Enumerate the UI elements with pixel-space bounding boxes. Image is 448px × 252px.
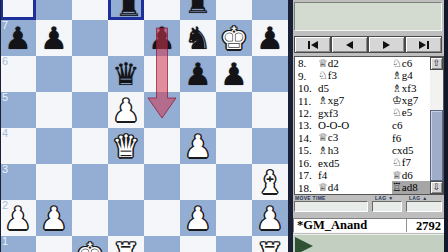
- rank-label-6: 6: [2, 55, 8, 67]
- white-pawn: ♟: [36, 200, 72, 236]
- move-number: 11.: [295, 95, 318, 107]
- square-f5[interactable]: [180, 92, 216, 128]
- window-right-edge: [444, 0, 448, 252]
- move-row-16: 16.exd5♘f7: [295, 157, 430, 169]
- move-list-scrollbar[interactable]: ⇧ ⇩: [430, 57, 443, 194]
- white-pawn: ♟: [180, 128, 216, 164]
- black-pawn: ♟: [144, 20, 180, 56]
- game-navigation-toolbar: [294, 36, 442, 53]
- white-move[interactable]: ♕d2: [318, 57, 392, 70]
- black-move[interactable]: ♔xg7: [392, 94, 430, 107]
- square-b1[interactable]: [36, 236, 72, 252]
- white-move[interactable]: d5: [318, 82, 392, 94]
- next-move-button[interactable]: [368, 36, 405, 53]
- last-move-button[interactable]: [405, 36, 442, 53]
- move-row-10: 10.d5♗xf3: [295, 82, 430, 94]
- rank-label-2: 2: [2, 199, 8, 211]
- square-d4[interactable]: ♛: [108, 128, 144, 164]
- square-b2[interactable]: ♟: [36, 200, 72, 236]
- square-e2[interactable]: [144, 200, 180, 236]
- player-rating: 2792: [406, 219, 444, 232]
- square-e1[interactable]: [144, 236, 180, 252]
- white-move[interactable]: gxf3: [318, 107, 392, 119]
- window-left-edge: [0, 0, 1, 252]
- square-f3[interactable]: [180, 164, 216, 200]
- white-pawn: ♟: [252, 200, 288, 236]
- square-b8[interactable]: [36, 0, 72, 20]
- move-number: 14.: [295, 132, 318, 144]
- black-king: ♚: [216, 20, 252, 56]
- back-icon: [346, 41, 353, 49]
- square-a8[interactable]: [0, 0, 36, 20]
- move-row-8: 8.♕d2♘c6: [295, 57, 430, 69]
- square-f1[interactable]: [180, 236, 216, 252]
- lag-white-field[interactable]: [372, 201, 402, 212]
- move-list: 8.♕d2♘c69.♘f3♗g410.d5♗xf311.♗xg7♔xg712.g…: [294, 56, 444, 195]
- rank-label-1: 1: [2, 235, 8, 247]
- black-pawn: ♟: [36, 20, 72, 56]
- square-c7[interactable]: [72, 20, 108, 56]
- move-row-17: 17.f4♕d6: [295, 169, 430, 181]
- rank-label-7: 7: [2, 19, 8, 31]
- black-move[interactable]: ♖ad8: [392, 181, 430, 194]
- square-g5[interactable]: [216, 92, 252, 128]
- square-h4[interactable]: [252, 128, 288, 164]
- white-move[interactable]: exd5: [318, 157, 392, 169]
- move-row-9: 9.♘f3♗g4: [295, 69, 430, 81]
- square-e6[interactable]: [144, 56, 180, 92]
- square-b5[interactable]: [36, 92, 72, 128]
- move-row-18: 18.♕d4♖ad8: [295, 181, 430, 193]
- square-g3[interactable]: [216, 164, 252, 200]
- square-a4[interactable]: 4: [0, 128, 36, 164]
- black-move[interactable]: c6: [392, 119, 430, 131]
- square-e3[interactable]: [144, 164, 180, 200]
- square-c8[interactable]: [72, 0, 108, 20]
- white-move[interactable]: ♘f3: [318, 69, 392, 82]
- skip-to-start-icon: [308, 41, 310, 49]
- square-f2[interactable]: ♟: [180, 200, 216, 236]
- square-g4[interactable]: [216, 128, 252, 164]
- square-g6[interactable]: ♟: [216, 56, 252, 92]
- black-rook: ♜: [180, 0, 216, 20]
- move-row-11: 11.♗xg7♔xg7: [295, 94, 430, 106]
- move-time-field[interactable]: [294, 201, 368, 212]
- square-d1[interactable]: ♜: [108, 236, 144, 252]
- square-d5[interactable]: ♟: [108, 92, 144, 128]
- square-d8[interactable]: ♜: [108, 0, 144, 20]
- square-h3[interactable]: ♝: [252, 164, 288, 200]
- square-c1[interactable]: ♚: [72, 236, 108, 252]
- move-row-14: 14.♕c3f6: [295, 132, 430, 144]
- square-d7[interactable]: [108, 20, 144, 56]
- square-h7[interactable]: ♟: [252, 20, 288, 56]
- square-h6[interactable]: [252, 56, 288, 92]
- white-queen: ♛: [108, 128, 144, 164]
- media-panel: [293, 234, 444, 252]
- square-h2[interactable]: ♟: [252, 200, 288, 236]
- chess-app-window: ♜♜7♟♟♟♞♚♟6♛♟♟5♟4♛♟3♝2♟♟♟♟1♚♜♜ 8.♕d2♘c69.…: [0, 0, 448, 252]
- square-e4[interactable]: [144, 128, 180, 164]
- info-panel: [294, 2, 442, 31]
- black-move[interactable]: ♗g4: [392, 69, 430, 82]
- square-f6[interactable]: ♟: [180, 56, 216, 92]
- scroll-up-button[interactable]: ⇧: [430, 57, 443, 70]
- board-panel-divider: [288, 0, 293, 252]
- move-number: 8.: [295, 57, 318, 69]
- square-c5[interactable]: [72, 92, 108, 128]
- square-c4[interactable]: [72, 128, 108, 164]
- scrollbar-thumb[interactable]: [430, 110, 443, 181]
- white-move[interactable]: ♕d4: [318, 181, 392, 194]
- square-a7[interactable]: 7♟: [0, 20, 36, 56]
- black-move[interactable]: ♘c6: [392, 57, 430, 70]
- square-g1[interactable]: [216, 236, 252, 252]
- white-king: ♚: [72, 236, 108, 252]
- black-pawn: ♟: [216, 56, 252, 92]
- move-number: 16.: [295, 157, 318, 169]
- white-bishop: ♝: [252, 164, 288, 200]
- black-pawn: ♟: [180, 56, 216, 92]
- white-pawn: ♟: [0, 200, 36, 236]
- square-b4[interactable]: [36, 128, 72, 164]
- white-move[interactable]: ♗xg7: [318, 94, 392, 107]
- black-move[interactable]: ♘f7: [392, 156, 430, 169]
- white-rook: ♜: [108, 236, 144, 252]
- white-move[interactable]: ♕c3: [318, 131, 392, 144]
- square-h8[interactable]: [252, 0, 288, 20]
- move-number: 12.: [295, 107, 318, 119]
- board-area: ♜♜7♟♟♟♞♚♟6♛♟♟5♟4♛♟3♝2♟♟♟♟1♚♜♜: [0, 0, 288, 252]
- square-f7[interactable]: ♞: [180, 20, 216, 56]
- scroll-down-button[interactable]: ⇩: [430, 181, 443, 194]
- white-move[interactable]: f4: [318, 169, 392, 181]
- square-h1[interactable]: ♜: [252, 236, 288, 252]
- square-d2[interactable]: [108, 200, 144, 236]
- square-a1[interactable]: 1: [0, 236, 36, 252]
- black-queen: ♛: [108, 56, 144, 92]
- chess-board: ♜♜7♟♟♟♞♚♟6♛♟♟5♟4♛♟3♝2♟♟♟♟1♚♜♜: [0, 0, 288, 252]
- black-move[interactable]: f6: [392, 132, 430, 144]
- white-move[interactable]: O-O-O: [318, 119, 392, 131]
- square-h5[interactable]: [252, 92, 288, 128]
- white-pawn: ♟: [180, 200, 216, 236]
- move-number: 9.: [295, 70, 318, 82]
- move-number: 18.: [295, 182, 318, 194]
- black-move[interactable]: ♗xf3: [392, 82, 430, 95]
- first-move-button[interactable]: [294, 36, 331, 53]
- square-c3[interactable]: [72, 164, 108, 200]
- rank-label-4: 4: [2, 127, 8, 139]
- white-move[interactable]: ♗h3: [318, 144, 392, 157]
- square-g2[interactable]: [216, 200, 252, 236]
- skip-to-end-icon: [419, 41, 426, 49]
- square-a3[interactable]: 3: [0, 164, 36, 200]
- previous-move-button[interactable]: [331, 36, 368, 53]
- square-a2[interactable]: 2♟: [0, 200, 36, 236]
- player-bar: *GM_Anand 2792: [293, 218, 444, 233]
- lag-black-field[interactable]: [406, 201, 442, 212]
- move-row-15: 15.♗h3cxd5: [295, 144, 430, 156]
- square-d3[interactable]: [108, 164, 144, 200]
- move-number: 13.: [295, 119, 318, 131]
- square-f8[interactable]: ♜: [180, 0, 216, 20]
- black-move[interactable]: ♘e5: [392, 106, 430, 119]
- square-e5[interactable]: [144, 92, 180, 128]
- square-b6[interactable]: [36, 56, 72, 92]
- rank-label-3: 3: [2, 163, 8, 175]
- square-e7[interactable]: ♟: [144, 20, 180, 56]
- black-pawn: ♟: [0, 20, 36, 56]
- move-row-12: 12.gxf3♘e5: [295, 107, 430, 119]
- player-name: *GM_Anand: [294, 218, 406, 233]
- square-e8[interactable]: [144, 0, 180, 20]
- square-c6[interactable]: [72, 56, 108, 92]
- time-lag-panel: MOVE TIME LAG ▼ LAG ▲: [294, 195, 444, 214]
- square-b3[interactable]: [36, 164, 72, 200]
- square-g8[interactable]: [216, 0, 252, 20]
- black-pawn: ♟: [252, 20, 288, 56]
- move-number: 17.: [295, 169, 318, 181]
- play-icon[interactable]: [295, 237, 313, 252]
- move-number: 15.: [295, 144, 318, 156]
- white-rook: ♜: [252, 236, 288, 252]
- move-number: 10.: [295, 82, 318, 94]
- square-d6[interactable]: ♛: [108, 56, 144, 92]
- square-b7[interactable]: ♟: [36, 20, 72, 56]
- square-c2[interactable]: [72, 200, 108, 236]
- rank-label-5: 5: [2, 91, 8, 103]
- black-move[interactable]: cxd5: [392, 144, 430, 156]
- black-move[interactable]: ♕d6: [392, 169, 430, 182]
- square-a5[interactable]: 5: [0, 92, 36, 128]
- square-g7[interactable]: ♚: [216, 20, 252, 56]
- forward-icon: [383, 41, 390, 49]
- move-row-13: 13.O-O-Oc6: [295, 119, 430, 131]
- square-a6[interactable]: 6: [0, 56, 36, 92]
- white-pawn: ♟: [108, 92, 144, 128]
- square-f4[interactable]: ♟: [180, 128, 216, 164]
- black-knight: ♞: [180, 20, 216, 56]
